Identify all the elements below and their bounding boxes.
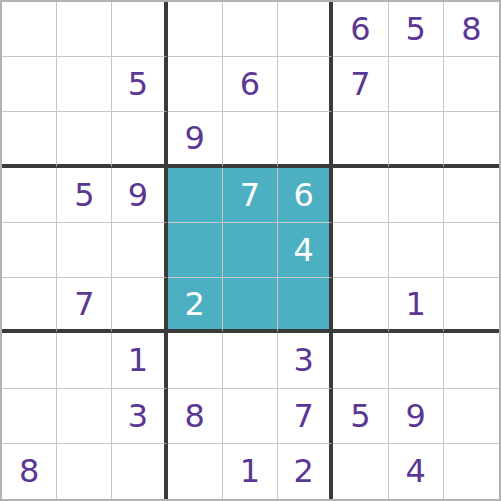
cell-r1c4[interactable] xyxy=(168,2,223,57)
cell-r4c8[interactable] xyxy=(389,168,444,223)
cell-r5c7[interactable] xyxy=(333,223,388,278)
cell-r9c2[interactable] xyxy=(57,444,112,499)
cell-r4c1[interactable] xyxy=(2,168,57,223)
cell-r7c8[interactable] xyxy=(389,333,444,388)
cell-r1c3[interactable] xyxy=(112,2,167,57)
cell-r3c1[interactable] xyxy=(2,112,57,167)
cell-r4c9[interactable] xyxy=(444,168,499,223)
cell-r8c3[interactable]: 3 xyxy=(112,389,167,444)
cell-r1c2[interactable] xyxy=(57,2,112,57)
cell-r6c3[interactable] xyxy=(112,278,167,333)
cell-r7c1[interactable] xyxy=(2,333,57,388)
cell-r4c7[interactable] xyxy=(333,168,388,223)
cell-r1c7[interactable]: 6 xyxy=(333,2,388,57)
cell-r9c5[interactable]: 1 xyxy=(223,444,278,499)
cell-r8c8[interactable]: 9 xyxy=(389,389,444,444)
cell-r2c8[interactable] xyxy=(389,57,444,112)
cell-r2c9[interactable] xyxy=(444,57,499,112)
cell-r3c9[interactable] xyxy=(444,112,499,167)
cell-r7c4[interactable] xyxy=(168,333,223,388)
cell-r1c6[interactable] xyxy=(278,2,333,57)
cell-r9c6[interactable]: 2 xyxy=(278,444,333,499)
cell-r3c7[interactable] xyxy=(333,112,388,167)
cell-r4c6[interactable]: 6 xyxy=(278,168,333,223)
cell-r7c7[interactable] xyxy=(333,333,388,388)
cell-r5c8[interactable] xyxy=(389,223,444,278)
cell-r9c8[interactable]: 4 xyxy=(389,444,444,499)
cell-r2c7[interactable]: 7 xyxy=(333,57,388,112)
cell-r5c6[interactable]: 4 xyxy=(278,223,333,278)
cell-r3c6[interactable] xyxy=(278,112,333,167)
cell-r5c2[interactable] xyxy=(57,223,112,278)
cell-r4c4[interactable] xyxy=(168,168,223,223)
cell-r2c6[interactable] xyxy=(278,57,333,112)
cell-r3c8[interactable] xyxy=(389,112,444,167)
cell-r3c5[interactable] xyxy=(223,112,278,167)
cell-r3c4[interactable]: 9 xyxy=(168,112,223,167)
cell-r8c2[interactable] xyxy=(57,389,112,444)
cell-r1c8[interactable]: 5 xyxy=(389,2,444,57)
cell-r2c2[interactable] xyxy=(57,57,112,112)
cell-r5c1[interactable] xyxy=(2,223,57,278)
cell-r8c9[interactable] xyxy=(444,389,499,444)
cell-r6c8[interactable]: 1 xyxy=(389,278,444,333)
cell-r7c3[interactable]: 1 xyxy=(112,333,167,388)
cell-r7c5[interactable] xyxy=(223,333,278,388)
cell-r6c7[interactable] xyxy=(333,278,388,333)
cell-r5c5[interactable] xyxy=(223,223,278,278)
cell-r2c1[interactable] xyxy=(2,57,57,112)
cell-r2c3[interactable]: 5 xyxy=(112,57,167,112)
cell-r8c5[interactable] xyxy=(223,389,278,444)
cell-r6c1[interactable] xyxy=(2,278,57,333)
cell-r6c9[interactable] xyxy=(444,278,499,333)
cell-r2c4[interactable] xyxy=(168,57,223,112)
cell-r2c5[interactable]: 6 xyxy=(223,57,278,112)
cell-r9c4[interactable] xyxy=(168,444,223,499)
cell-r7c9[interactable] xyxy=(444,333,499,388)
cell-r9c7[interactable] xyxy=(333,444,388,499)
cell-r6c6[interactable] xyxy=(278,278,333,333)
cell-r3c2[interactable] xyxy=(57,112,112,167)
cell-r5c3[interactable] xyxy=(112,223,167,278)
cell-r3c3[interactable] xyxy=(112,112,167,167)
cell-r4c5[interactable]: 7 xyxy=(223,168,278,223)
cell-r1c9[interactable]: 8 xyxy=(444,2,499,57)
cell-r8c1[interactable] xyxy=(2,389,57,444)
cell-r6c5[interactable] xyxy=(223,278,278,333)
cell-r8c4[interactable]: 8 xyxy=(168,389,223,444)
cell-r8c7[interactable]: 5 xyxy=(333,389,388,444)
cell-r5c4[interactable] xyxy=(168,223,223,278)
cell-r7c2[interactable] xyxy=(57,333,112,388)
cell-r4c2[interactable]: 5 xyxy=(57,168,112,223)
cell-r6c4[interactable]: 2 xyxy=(168,278,223,333)
cell-r9c1[interactable]: 8 xyxy=(2,444,57,499)
cell-r1c1[interactable] xyxy=(2,2,57,57)
cell-r1c5[interactable] xyxy=(223,2,278,57)
cell-r8c6[interactable]: 7 xyxy=(278,389,333,444)
sudoku-grid: 65856795976472113387598124 xyxy=(0,0,501,501)
cell-r6c2[interactable]: 7 xyxy=(57,278,112,333)
cell-r4c3[interactable]: 9 xyxy=(112,168,167,223)
cell-r9c3[interactable] xyxy=(112,444,167,499)
cell-r7c6[interactable]: 3 xyxy=(278,333,333,388)
cell-r5c9[interactable] xyxy=(444,223,499,278)
cell-r9c9[interactable] xyxy=(444,444,499,499)
